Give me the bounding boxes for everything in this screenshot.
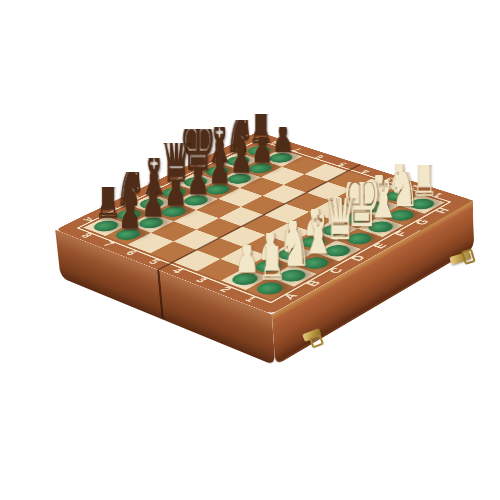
felt-base-h7 bbox=[265, 151, 297, 164]
felt-base-g7 bbox=[244, 162, 276, 175]
pawn-icon: ♟ bbox=[118, 185, 141, 235]
black-pawn-a7: ♟ bbox=[85, 202, 176, 235]
fold-seam-left-face bbox=[157, 269, 164, 320]
chess-board: AABBCCDDEEFFGGHH1122334455667788 ♜♞♝♛♚♝♞… bbox=[55, 132, 473, 315]
felt-base-e7 bbox=[201, 183, 234, 197]
white-rook-a1: ♜ bbox=[224, 246, 320, 289]
product-photo-scene: AABBCCDDEEFFGGHH1122334455667788 ♜♞♝♛♚♝♞… bbox=[0, 0, 500, 500]
rook-icon: ♜ bbox=[257, 225, 287, 289]
felt-base-f7 bbox=[223, 172, 256, 186]
